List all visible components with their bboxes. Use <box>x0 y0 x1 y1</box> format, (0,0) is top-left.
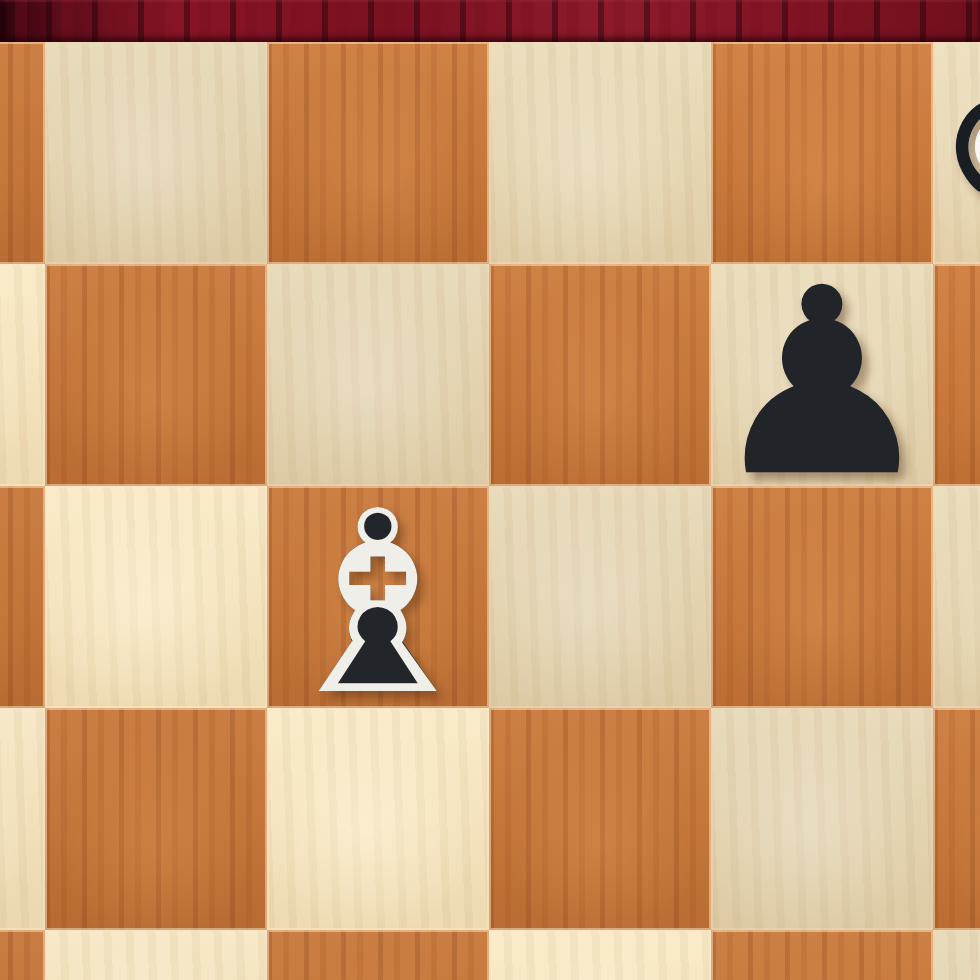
square-c1[interactable] <box>711 42 933 264</box>
square-d5[interactable] <box>489 930 711 980</box>
square-f5[interactable] <box>45 930 267 980</box>
square-g2[interactable] <box>0 264 45 486</box>
square-d1[interactable] <box>489 42 711 264</box>
square-e5[interactable] <box>267 930 489 980</box>
square-c5[interactable] <box>711 930 933 980</box>
square-b2[interactable] <box>933 264 980 486</box>
square-b3[interactable] <box>933 486 980 708</box>
square-e4[interactable] <box>267 708 489 930</box>
square-f2[interactable] <box>45 264 267 486</box>
square-d4[interactable] <box>489 708 711 930</box>
square-b4[interactable] <box>933 708 980 930</box>
square-f1[interactable] <box>45 42 267 264</box>
square-b1[interactable]: ♚♔ <box>933 42 980 264</box>
black-bishop-icon: ♗ <box>265 478 491 730</box>
square-c2[interactable]: ♟ <box>711 264 933 486</box>
board-wooden-rail <box>0 0 980 42</box>
square-g5[interactable] <box>0 930 45 980</box>
square-f3[interactable] <box>45 486 267 708</box>
piece-black-pawn-c2[interactable]: ♟ <box>711 264 933 486</box>
square-g1[interactable] <box>0 42 45 264</box>
square-d2[interactable] <box>489 264 711 486</box>
white-king-icon: ♔ <box>931 29 980 281</box>
square-e2[interactable] <box>267 264 489 486</box>
square-e3[interactable]: ♝♗ <box>267 486 489 708</box>
piece-black-bishop-e3[interactable]: ♝♗ <box>267 486 489 708</box>
square-c4[interactable] <box>711 708 933 930</box>
square-f4[interactable] <box>45 708 267 930</box>
chess-board: ♚♔♟♝♗ <box>0 42 980 980</box>
square-d3[interactable] <box>489 486 711 708</box>
square-g4[interactable] <box>0 708 45 930</box>
square-c3[interactable] <box>711 486 933 708</box>
chessboard-screenshot: ♚♔♟♝♗ <box>0 0 980 980</box>
square-g3[interactable] <box>0 486 45 708</box>
black-pawn-icon: ♟ <box>706 254 937 512</box>
square-e1[interactable] <box>267 42 489 264</box>
square-b5[interactable] <box>933 930 980 980</box>
piece-white-king-b1[interactable]: ♚♔ <box>933 42 980 264</box>
